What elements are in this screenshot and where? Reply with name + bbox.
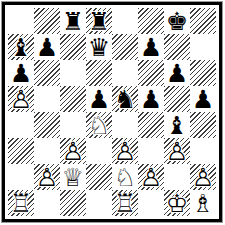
square-a7[interactable]: ♝♝: [8, 34, 34, 60]
square-e5[interactable]: ♞♞: [112, 86, 138, 112]
white-pawn-h2[interactable]: ♟♙: [190, 164, 216, 190]
square-h5[interactable]: ♟♟: [190, 86, 216, 112]
white-pawn-e3[interactable]: ♟♙: [112, 138, 138, 164]
white-queen-glyph: ♕: [62, 165, 84, 190]
black-pawn-glyph: ♟: [88, 87, 110, 112]
black-bishop-glyph: ♝: [166, 113, 188, 138]
black-knight-glyph: ♞: [114, 87, 136, 112]
square-b5[interactable]: [34, 86, 60, 112]
square-a5[interactable]: ♟♙: [8, 86, 34, 112]
white-knight-d4[interactable]: ♞♘: [86, 112, 112, 138]
square-g4[interactable]: ♝♝: [164, 112, 190, 138]
square-f6[interactable]: [138, 60, 164, 86]
black-pawn-glyph: ♟: [36, 35, 58, 60]
square-a1[interactable]: ♜♖: [8, 190, 34, 216]
black-queen-glyph: ♛: [88, 35, 110, 60]
black-rook-c8[interactable]: ♜♜: [60, 8, 86, 34]
square-f1[interactable]: [138, 190, 164, 216]
square-b1[interactable]: [34, 190, 60, 216]
white-bishop-glyph: ♗: [192, 191, 214, 216]
square-c4[interactable]: [60, 112, 86, 138]
black-pawn-glyph: ♟: [140, 87, 162, 112]
square-d2[interactable]: [86, 164, 112, 190]
square-h3[interactable]: [190, 138, 216, 164]
black-queen-d7[interactable]: ♛♛: [86, 34, 112, 60]
black-pawn-glyph: ♟: [166, 61, 188, 86]
white-pawn-b2[interactable]: ♟♙: [34, 164, 60, 190]
square-b3[interactable]: [34, 138, 60, 164]
square-f3[interactable]: [138, 138, 164, 164]
square-h7[interactable]: [190, 34, 216, 60]
square-d1[interactable]: [86, 190, 112, 216]
square-a2[interactable]: [8, 164, 34, 190]
square-d7[interactable]: ♛♛: [86, 34, 112, 60]
square-f7[interactable]: ♟♟: [138, 34, 164, 60]
square-g5[interactable]: [164, 86, 190, 112]
white-knight-e2[interactable]: ♞♘: [112, 164, 138, 190]
black-pawn-f5[interactable]: ♟♟: [138, 86, 164, 112]
square-c2[interactable]: ♛♕: [60, 164, 86, 190]
black-rook-glyph: ♜: [88, 9, 110, 34]
white-queen-c2[interactable]: ♛♕: [60, 164, 86, 190]
square-a4[interactable]: [8, 112, 34, 138]
black-pawn-b7[interactable]: ♟♟: [34, 34, 60, 60]
black-pawn-glyph: ♟: [192, 87, 214, 112]
black-pawn-g6[interactable]: ♟♟: [164, 60, 190, 86]
square-h2[interactable]: ♟♙: [190, 164, 216, 190]
black-king-glyph: ♚: [166, 9, 188, 34]
square-b7[interactable]: ♟♟: [34, 34, 60, 60]
white-king-g1[interactable]: ♚♔: [164, 190, 190, 216]
square-c6[interactable]: [60, 60, 86, 86]
square-e3[interactable]: ♟♙: [112, 138, 138, 164]
square-b4[interactable]: [34, 112, 60, 138]
square-e7[interactable]: [112, 34, 138, 60]
black-pawn-glyph: ♟: [140, 35, 162, 60]
square-e4[interactable]: [112, 112, 138, 138]
black-rook-d8[interactable]: ♜♜: [86, 8, 112, 34]
black-bishop-a7[interactable]: ♝♝: [8, 34, 34, 60]
square-f2[interactable]: ♟♙: [138, 164, 164, 190]
square-c7[interactable]: [60, 34, 86, 60]
square-a6[interactable]: ♟♟: [8, 60, 34, 86]
white-pawn-glyph: ♙: [62, 139, 84, 164]
white-pawn-f2[interactable]: ♟♙: [138, 164, 164, 190]
square-h6[interactable]: [190, 60, 216, 86]
square-d4[interactable]: ♞♘: [86, 112, 112, 138]
black-bishop-glyph: ♝: [10, 35, 32, 60]
white-pawn-glyph: ♙: [192, 165, 214, 190]
white-pawn-glyph: ♙: [114, 139, 136, 164]
white-king-glyph: ♔: [166, 191, 188, 216]
black-bishop-g4[interactable]: ♝♝: [164, 112, 190, 138]
white-rook-e1[interactable]: ♜♖: [112, 190, 138, 216]
square-e1[interactable]: ♜♖: [112, 190, 138, 216]
white-pawn-g3[interactable]: ♟♙: [164, 138, 190, 164]
square-b6[interactable]: [34, 60, 60, 86]
square-h8[interactable]: [190, 8, 216, 34]
square-c1[interactable]: [60, 190, 86, 216]
square-g3[interactable]: ♟♙: [164, 138, 190, 164]
square-d8[interactable]: ♜♜: [86, 8, 112, 34]
square-g6[interactable]: ♟♟: [164, 60, 190, 86]
white-rook-a1[interactable]: ♜♖: [8, 190, 34, 216]
square-f4[interactable]: [138, 112, 164, 138]
square-h1[interactable]: ♝♗: [190, 190, 216, 216]
white-rook-glyph: ♖: [114, 191, 136, 216]
square-e6[interactable]: [112, 60, 138, 86]
black-pawn-f7[interactable]: ♟♟: [138, 34, 164, 60]
square-f5[interactable]: ♟♟: [138, 86, 164, 112]
board-frame: ♜♜♜♜♚♚♝♝♟♟♛♛♟♟♟♟♟♟♟♙♟♟♞♞♟♟♟♟♞♘♝♝♟♙♟♙♟♙♟♙…: [2, 2, 222, 222]
black-pawn-h5[interactable]: ♟♟: [190, 86, 216, 112]
square-c3[interactable]: ♟♙: [60, 138, 86, 164]
square-a3[interactable]: [8, 138, 34, 164]
square-e8[interactable]: [112, 8, 138, 34]
black-king-g8[interactable]: ♚♚: [164, 8, 190, 34]
square-c8[interactable]: ♜♜: [60, 8, 86, 34]
square-d5[interactable]: ♟♟: [86, 86, 112, 112]
black-rook-glyph: ♜: [62, 9, 84, 34]
square-b8[interactable]: [34, 8, 60, 34]
square-e2[interactable]: ♞♘: [112, 164, 138, 190]
chess-board: ♜♜♜♜♚♚♝♝♟♟♛♛♟♟♟♟♟♟♟♙♟♟♞♞♟♟♟♟♞♘♝♝♟♙♟♙♟♙♟♙…: [8, 8, 216, 216]
white-bishop-h1[interactable]: ♝♗: [190, 190, 216, 216]
white-pawn-glyph: ♙: [10, 87, 32, 112]
square-c5[interactable]: [60, 86, 86, 112]
black-pawn-a6[interactable]: ♟♟: [8, 60, 34, 86]
square-g7[interactable]: [164, 34, 190, 60]
white-pawn-c3[interactable]: ♟♙: [60, 138, 86, 164]
white-rook-glyph: ♖: [10, 191, 32, 216]
black-knight-e5[interactable]: ♞♞: [112, 86, 138, 112]
square-b2[interactable]: ♟♙: [34, 164, 60, 190]
square-h4[interactable]: [190, 112, 216, 138]
black-pawn-glyph: ♟: [10, 61, 32, 86]
square-d6[interactable]: [86, 60, 112, 86]
square-d3[interactable]: [86, 138, 112, 164]
square-g1[interactable]: ♚♔: [164, 190, 190, 216]
chess-diagram: ♜♜♜♜♚♚♝♝♟♟♛♛♟♟♟♟♟♟♟♙♟♟♞♞♟♟♟♟♞♘♝♝♟♙♟♙♟♙♟♙…: [0, 0, 225, 225]
square-f8[interactable]: [138, 8, 164, 34]
white-pawn-glyph: ♙: [166, 139, 188, 164]
white-knight-glyph: ♘: [88, 113, 110, 138]
black-pawn-d5[interactable]: ♟♟: [86, 86, 112, 112]
white-pawn-glyph: ♙: [36, 165, 58, 190]
square-g8[interactable]: ♚♚: [164, 8, 190, 34]
square-a8[interactable]: [8, 8, 34, 34]
white-knight-glyph: ♘: [114, 165, 136, 190]
square-g2[interactable]: [164, 164, 190, 190]
white-pawn-glyph: ♙: [140, 165, 162, 190]
white-pawn-a5[interactable]: ♟♙: [8, 86, 34, 112]
